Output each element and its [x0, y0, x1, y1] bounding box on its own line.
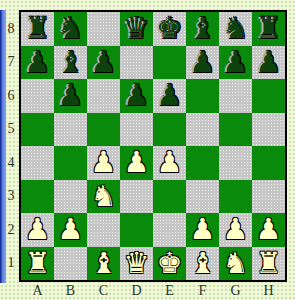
square-b7[interactable]: ♝: [54, 46, 87, 80]
square-b1[interactable]: [54, 247, 87, 281]
square-g3[interactable]: [219, 180, 252, 214]
piece-white-pawn[interactable]: ♟: [124, 146, 150, 179]
piece-black-rook[interactable]: ♜: [256, 12, 282, 45]
piece-black-rook[interactable]: ♜: [25, 12, 51, 45]
rank-label-6: 6: [4, 79, 18, 113]
piece-black-bishop[interactable]: ♝: [58, 46, 84, 79]
square-a5[interactable]: [21, 113, 54, 147]
file-label-c: C: [87, 283, 120, 299]
square-h8[interactable]: ♜: [252, 12, 285, 46]
square-h4[interactable]: [252, 146, 285, 180]
square-e5[interactable]: [153, 113, 186, 147]
square-c8[interactable]: [87, 12, 120, 46]
file-label-g: G: [219, 283, 252, 299]
square-b4[interactable]: [54, 146, 87, 180]
piece-white-pawn[interactable]: ♟: [190, 213, 216, 246]
file-label-a: A: [21, 283, 54, 299]
square-b2[interactable]: ♟: [54, 213, 87, 247]
square-f3[interactable]: [186, 180, 219, 214]
rank-label-3: 3: [4, 180, 18, 214]
square-c2[interactable]: [87, 213, 120, 247]
piece-white-rook[interactable]: ♜: [25, 247, 51, 280]
rank-label-4: 4: [4, 146, 18, 180]
square-e7[interactable]: [153, 46, 186, 80]
rank-label-1: 1: [4, 247, 18, 281]
square-c5[interactable]: [87, 113, 120, 147]
square-g5[interactable]: [219, 113, 252, 147]
square-c6[interactable]: [87, 79, 120, 113]
square-a3[interactable]: [21, 180, 54, 214]
square-c7[interactable]: ♟: [87, 46, 120, 80]
piece-black-pawn[interactable]: ♟: [223, 46, 249, 79]
square-c1[interactable]: ♝: [87, 247, 120, 281]
piece-white-pawn[interactable]: ♟: [223, 213, 249, 246]
piece-black-pawn[interactable]: ♟: [124, 79, 150, 112]
piece-black-pawn[interactable]: ♟: [190, 46, 216, 79]
square-e4[interactable]: ♟: [153, 146, 186, 180]
square-e6[interactable]: ♟: [153, 79, 186, 113]
square-d2[interactable]: [120, 213, 153, 247]
square-f8[interactable]: ♝: [186, 12, 219, 46]
file-label-b: B: [54, 283, 87, 299]
square-h2[interactable]: ♟: [252, 213, 285, 247]
square-h3[interactable]: [252, 180, 285, 214]
square-g1[interactable]: ♞: [219, 247, 252, 281]
square-d6[interactable]: ♟: [120, 79, 153, 113]
piece-black-pawn[interactable]: ♟: [256, 46, 282, 79]
square-f1[interactable]: ♝: [186, 247, 219, 281]
piece-white-rook[interactable]: ♜: [256, 247, 282, 280]
piece-black-king[interactable]: ♚: [157, 12, 183, 45]
piece-white-queen[interactable]: ♛: [124, 247, 150, 280]
piece-white-pawn[interactable]: ♟: [157, 146, 183, 179]
file-label-e: E: [153, 283, 186, 299]
square-d4[interactable]: ♟: [120, 146, 153, 180]
square-b6[interactable]: ♟: [54, 79, 87, 113]
rank-label-7: 7: [4, 46, 18, 80]
rank-label-8: 8: [4, 12, 18, 46]
square-b8[interactable]: ♞: [54, 12, 87, 46]
chess-board[interactable]: ♜♞♛♚♝♞♜♟♝♟♟♟♟♟♟♟♟♟♟♞♟♟♟♟♟♜♝♛♚♝♞♜: [19, 10, 287, 282]
square-d8[interactable]: ♛: [120, 12, 153, 46]
square-b3[interactable]: [54, 180, 87, 214]
rank-labels: 87654321: [4, 12, 18, 280]
piece-black-pawn[interactable]: ♟: [58, 79, 84, 112]
piece-black-queen[interactable]: ♛: [124, 12, 150, 45]
square-g8[interactable]: ♞: [219, 12, 252, 46]
chess-app-page: 87654321 ♜♞♛♚♝♞♜♟♝♟♟♟♟♟♟♟♟♟♟♞♟♟♟♟♟♜♝♛♚♝♞…: [0, 0, 295, 300]
square-g6[interactable]: [219, 79, 252, 113]
piece-white-knight[interactable]: ♞: [223, 247, 249, 280]
square-e3[interactable]: [153, 180, 186, 214]
square-a8[interactable]: ♜: [21, 12, 54, 46]
piece-white-pawn[interactable]: ♟: [256, 213, 282, 246]
square-e1[interactable]: ♚: [153, 247, 186, 281]
square-a4[interactable]: [21, 146, 54, 180]
square-a6[interactable]: [21, 79, 54, 113]
piece-black-knight[interactable]: ♞: [223, 12, 249, 45]
square-f4[interactable]: [186, 146, 219, 180]
rank-label-2: 2: [4, 213, 18, 247]
square-d3[interactable]: [120, 180, 153, 214]
file-label-f: F: [186, 283, 219, 299]
piece-black-knight[interactable]: ♞: [58, 12, 84, 45]
square-d5[interactable]: [120, 113, 153, 147]
square-a1[interactable]: ♜: [21, 247, 54, 281]
piece-white-bishop[interactable]: ♝: [91, 247, 117, 280]
file-label-d: D: [120, 283, 153, 299]
square-b5[interactable]: [54, 113, 87, 147]
rank-label-5: 5: [4, 113, 18, 147]
square-h1[interactable]: ♜: [252, 247, 285, 281]
square-d1[interactable]: ♛: [120, 247, 153, 281]
square-f6[interactable]: [186, 79, 219, 113]
square-g2[interactable]: ♟: [219, 213, 252, 247]
square-a2[interactable]: ♟: [21, 213, 54, 247]
piece-black-pawn[interactable]: ♟: [25, 46, 51, 79]
square-c4[interactable]: ♟: [87, 146, 120, 180]
square-c3[interactable]: ♞: [87, 180, 120, 214]
piece-black-pawn[interactable]: ♟: [91, 46, 117, 79]
square-g4[interactable]: [219, 146, 252, 180]
square-d7[interactable]: [120, 46, 153, 80]
square-e8[interactable]: ♚: [153, 12, 186, 46]
square-a7[interactable]: ♟: [21, 46, 54, 80]
piece-white-pawn[interactable]: ♟: [25, 213, 51, 246]
piece-black-bishop[interactable]: ♝: [190, 12, 216, 45]
square-f2[interactable]: ♟: [186, 213, 219, 247]
piece-white-king[interactable]: ♚: [157, 247, 183, 280]
piece-white-pawn[interactable]: ♟: [91, 146, 117, 179]
square-f7[interactable]: ♟: [186, 46, 219, 80]
square-h5[interactable]: [252, 113, 285, 147]
piece-black-pawn[interactable]: ♟: [157, 79, 183, 112]
square-h7[interactable]: ♟: [252, 46, 285, 80]
piece-white-knight[interactable]: ♞: [91, 180, 117, 213]
square-e2[interactable]: [153, 213, 186, 247]
square-f5[interactable]: [186, 113, 219, 147]
square-h6[interactable]: [252, 79, 285, 113]
file-labels: ABCDEFGH: [21, 283, 285, 299]
piece-white-pawn[interactable]: ♟: [58, 213, 84, 246]
piece-white-bishop[interactable]: ♝: [190, 247, 216, 280]
file-label-h: H: [252, 283, 285, 299]
square-g7[interactable]: ♟: [219, 46, 252, 80]
